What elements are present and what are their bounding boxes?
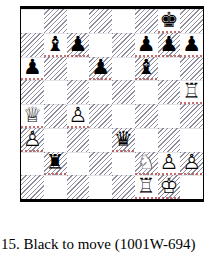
square-e8 [112,9,135,33]
square-c1 [67,175,90,199]
square-f4 [135,104,158,128]
square-h1 [180,175,203,199]
piece-black-pawn: ♟ [135,33,158,57]
piece-black-pawn: ♟ [180,33,203,57]
square-e4 [112,104,135,128]
square-b7: ♝ [44,33,67,57]
square-b8 [44,9,67,33]
square-d6: ♟ [89,57,112,81]
square-c7: ♟ [67,33,90,57]
chess-board: ♚♝♟♟♟♟♟♟♝♜♖♛♕♟♙♟♙♛♜♞♘♟♙♟♙♜♖♚♔ [20,6,204,202]
square-f1: ♜♖ [135,175,158,199]
square-c5 [67,80,90,104]
piece-white-rook: ♖ [135,175,158,199]
piece-black-pawn: ♟ [67,33,90,57]
square-b1 [44,175,67,199]
piece-black-pawn: ♟ [21,57,44,81]
square-c4: ♟♙ [67,104,90,128]
square-g2: ♟♙ [158,152,181,176]
square-b4 [44,104,67,128]
square-d7 [89,33,112,57]
piece-black-pawn: ♟ [158,33,181,57]
piece-white-pawn: ♙ [158,152,181,176]
square-a1 [21,175,44,199]
piece-black-king: ♚ [158,9,181,33]
square-a3: ♟♙ [21,128,44,152]
square-g7: ♟ [158,33,181,57]
piece-black-rook: ♜ [44,152,67,176]
square-c8 [67,9,90,33]
square-a4: ♛♕ [21,104,44,128]
square-b3 [44,128,67,152]
square-d2 [89,152,112,176]
square-f6: ♝ [135,57,158,81]
piece-white-queen: ♕ [21,104,44,128]
square-g3 [158,128,181,152]
square-h4 [180,104,203,128]
piece-black-bishop: ♝ [135,57,158,81]
square-f3 [135,128,158,152]
square-h8 [180,9,203,33]
square-a6: ♟ [21,57,44,81]
square-g8: ♚ [158,9,181,33]
square-g6 [158,57,181,81]
board-grid: ♚♝♟♟♟♟♟♟♝♜♖♛♕♟♙♟♙♛♜♞♘♟♙♟♙♜♖♚♔ [21,9,203,199]
square-d5 [89,80,112,104]
square-c6 [67,57,90,81]
piece-white-pawn: ♙ [67,104,90,128]
square-a5 [21,80,44,104]
piece-white-rook: ♖ [180,80,203,104]
piece-white-king: ♔ [158,175,181,199]
square-d8 [89,9,112,33]
square-e2 [112,152,135,176]
square-h7: ♟ [180,33,203,57]
square-e5 [112,80,135,104]
chess-diagram-page: ♚♝♟♟♟♟♟♟♝♜♖♛♕♟♙♟♙♛♜♞♘♟♙♟♙♜♖♚♔ 15. Black … [0,0,211,257]
square-b2: ♜ [44,152,67,176]
square-d3 [89,128,112,152]
square-h3 [180,128,203,152]
square-d1 [89,175,112,199]
piece-black-pawn: ♟ [89,57,112,81]
square-c3 [67,128,90,152]
piece-white-pawn: ♙ [180,152,203,176]
diagram-caption: 15. Black to move (1001W-694) [1,236,196,253]
square-d4 [89,104,112,128]
square-f5 [135,80,158,104]
square-f7: ♟ [135,33,158,57]
square-g5 [158,80,181,104]
square-a7 [21,33,44,57]
square-e1 [112,175,135,199]
square-g1: ♚♔ [158,175,181,199]
square-c2 [67,152,90,176]
piece-black-bishop: ♝ [44,33,67,57]
piece-white-pawn: ♙ [21,128,44,152]
square-e7 [112,33,135,57]
square-h5: ♜♖ [180,80,203,104]
square-e6 [112,57,135,81]
square-a2 [21,152,44,176]
square-e3: ♛ [112,128,135,152]
piece-white-knight: ♘ [135,152,158,176]
square-b5 [44,80,67,104]
square-h6 [180,57,203,81]
square-f2: ♞♘ [135,152,158,176]
square-h2: ♟♙ [180,152,203,176]
square-g4 [158,104,181,128]
square-b6 [44,57,67,81]
square-f8 [135,9,158,33]
square-a8 [21,9,44,33]
piece-black-queen: ♛ [112,128,135,152]
